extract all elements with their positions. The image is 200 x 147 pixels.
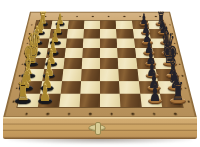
square-g8[interactable] xyxy=(158,81,180,94)
frame-inlay-dot xyxy=(173,43,175,44)
square-g2[interactable] xyxy=(40,81,61,94)
frame-inlay-dot xyxy=(28,33,30,34)
board-grid xyxy=(17,21,182,107)
frame-inlay-dot xyxy=(60,16,62,17)
square-b4[interactable] xyxy=(83,29,100,38)
frame-inlay-dot xyxy=(178,63,181,65)
frame-inlay-dot xyxy=(44,16,46,17)
square-f3[interactable] xyxy=(62,69,82,81)
square-c1[interactable] xyxy=(31,38,50,48)
square-c2[interactable] xyxy=(48,38,66,48)
frame-inlay-dot xyxy=(187,101,190,103)
square-f2[interactable] xyxy=(42,69,62,81)
square-d2[interactable] xyxy=(46,48,65,58)
square-e8[interactable] xyxy=(154,58,174,69)
frame-inlay-dot xyxy=(174,113,177,115)
square-f7[interactable] xyxy=(137,69,157,81)
frame-inlay-dot xyxy=(89,113,92,115)
frame-inlay-dot xyxy=(139,16,141,17)
square-a4[interactable] xyxy=(84,21,100,30)
frame-inlay-dot xyxy=(24,53,27,55)
square-e3[interactable] xyxy=(63,58,82,69)
square-h8[interactable] xyxy=(160,93,183,107)
frame-inlay-dot xyxy=(76,16,78,17)
frame-inlay-dot xyxy=(12,101,15,103)
square-a2[interactable] xyxy=(51,21,68,30)
square-f1[interactable] xyxy=(23,69,44,81)
frame-inlay-dot xyxy=(176,53,179,55)
frame-inlay-dot xyxy=(15,87,18,89)
square-a1[interactable] xyxy=(35,21,53,30)
square-h6[interactable] xyxy=(120,93,141,107)
square-g1[interactable] xyxy=(20,81,42,94)
square-h5[interactable] xyxy=(100,93,121,107)
square-e5[interactable] xyxy=(100,58,119,69)
square-b8[interactable] xyxy=(149,29,167,38)
square-b5[interactable] xyxy=(100,29,117,38)
square-g7[interactable] xyxy=(138,81,159,94)
chess-set-scene: ♜♞♝♛♚♝♞♜♟♟♟♟♟♟♟♟♟♟♟♟♟♟♟♟♜♞♝♛♚♝♞♜ xyxy=(0,0,200,147)
square-b2[interactable] xyxy=(50,29,68,38)
square-c3[interactable] xyxy=(65,38,83,48)
square-f4[interactable] xyxy=(81,69,100,81)
frame-inlay-dot xyxy=(155,16,157,17)
frame-inlay-dot xyxy=(169,24,171,25)
square-e1[interactable] xyxy=(26,58,46,69)
square-b1[interactable] xyxy=(33,29,51,38)
square-c6[interactable] xyxy=(117,38,135,48)
frame-inlay-dot xyxy=(92,16,94,17)
square-f5[interactable] xyxy=(100,69,119,81)
square-f8[interactable] xyxy=(156,69,177,81)
square-d3[interactable] xyxy=(64,48,82,58)
square-f6[interactable] xyxy=(119,69,139,81)
frame-inlay-dot xyxy=(26,43,28,44)
square-c8[interactable] xyxy=(150,38,169,48)
square-c4[interactable] xyxy=(83,38,100,48)
square-e6[interactable] xyxy=(118,58,137,69)
square-c5[interactable] xyxy=(100,38,117,48)
square-g5[interactable] xyxy=(100,81,120,94)
frame-inlay-dot xyxy=(30,24,32,25)
square-c7[interactable] xyxy=(134,38,152,48)
frame-inlay-dot xyxy=(18,75,21,77)
square-d1[interactable] xyxy=(28,48,48,58)
frame-inlay-dot xyxy=(108,16,110,17)
frame-inlay-dot xyxy=(132,113,135,115)
square-g3[interactable] xyxy=(60,81,81,94)
square-d8[interactable] xyxy=(152,48,172,58)
frame-inlay-dot xyxy=(153,113,156,115)
square-a5[interactable] xyxy=(100,21,116,30)
frame-inlay-dot xyxy=(68,113,71,115)
square-h4[interactable] xyxy=(79,93,100,107)
square-d7[interactable] xyxy=(135,48,154,58)
square-a3[interactable] xyxy=(67,21,84,30)
square-e7[interactable] xyxy=(136,58,156,69)
frame-inlay-dot xyxy=(184,87,187,89)
chess-board xyxy=(3,12,197,118)
square-a6[interactable] xyxy=(116,21,133,30)
frame-inlay-dot xyxy=(110,113,113,115)
frame-inlay-dot xyxy=(25,113,28,115)
square-d6[interactable] xyxy=(117,48,135,58)
board-frame xyxy=(3,12,197,118)
frame-inlay-dot xyxy=(171,33,173,34)
frame-inlay-dot xyxy=(123,16,125,17)
brass-clasp-icon xyxy=(87,121,107,134)
square-h3[interactable] xyxy=(59,93,80,107)
square-a7[interactable] xyxy=(132,21,149,30)
square-g6[interactable] xyxy=(119,81,140,94)
square-g4[interactable] xyxy=(80,81,100,94)
square-e2[interactable] xyxy=(44,58,64,69)
square-h1[interactable] xyxy=(17,93,40,107)
square-e4[interactable] xyxy=(81,58,100,69)
square-h2[interactable] xyxy=(38,93,60,107)
square-a8[interactable] xyxy=(147,21,165,30)
frame-inlay-dot xyxy=(46,113,49,115)
square-d4[interactable] xyxy=(82,48,100,58)
square-b6[interactable] xyxy=(116,29,133,38)
square-d5[interactable] xyxy=(100,48,118,58)
frame-inlay-dot xyxy=(21,63,24,65)
square-b3[interactable] xyxy=(66,29,83,38)
square-b7[interactable] xyxy=(133,29,151,38)
square-h7[interactable] xyxy=(140,93,162,107)
frame-inlay-dot xyxy=(181,75,184,77)
